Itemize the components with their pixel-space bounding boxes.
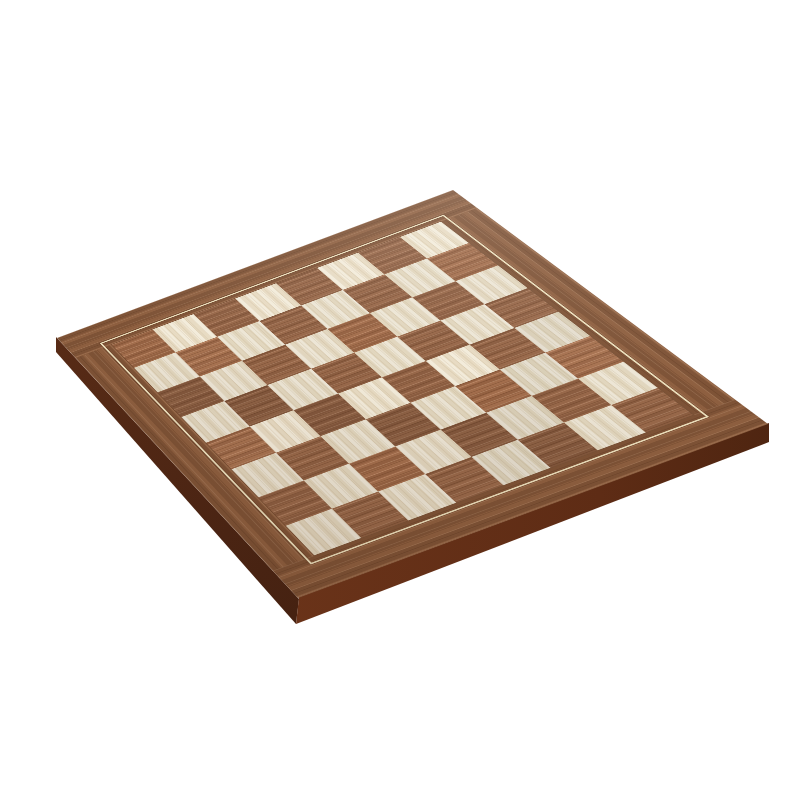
product-photo-stage (0, 0, 800, 800)
chessboard (57, 190, 768, 598)
